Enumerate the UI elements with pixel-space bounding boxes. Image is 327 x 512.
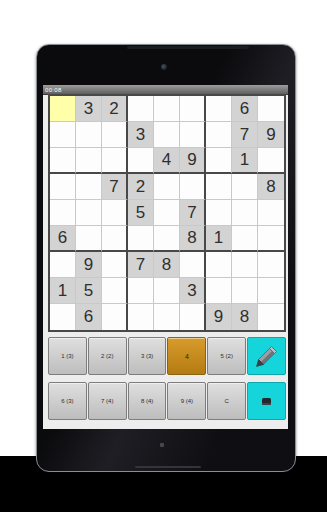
key-3[interactable]: 3 (3) xyxy=(128,337,167,375)
cell-r3c6[interactable] xyxy=(206,174,232,200)
cell-r2c5[interactable]: 9 xyxy=(180,148,206,174)
cell-r0c5[interactable] xyxy=(180,96,206,122)
cell-r7c4[interactable] xyxy=(154,278,180,304)
key-label: 1 (3) xyxy=(61,353,73,359)
cell-r2c7[interactable]: 1 xyxy=(232,148,258,174)
speaker-slit-icon xyxy=(127,46,249,49)
cell-r0c7[interactable]: 6 xyxy=(232,96,258,122)
cell-r6c4[interactable]: 8 xyxy=(154,252,180,278)
cell-r5c4[interactable] xyxy=(154,226,180,252)
cell-r8c1[interactable]: 6 xyxy=(76,304,102,330)
cell-r2c4[interactable]: 4 xyxy=(154,148,180,174)
cell-r6c1[interactable]: 9 xyxy=(76,252,102,278)
key-2[interactable]: 2 (2) xyxy=(88,337,127,375)
cell-r4c6[interactable] xyxy=(206,200,232,226)
cell-r1c5[interactable] xyxy=(180,122,206,148)
cell-r4c1[interactable] xyxy=(76,200,102,226)
key-4[interactable]: 4 xyxy=(167,337,206,375)
cell-r8c2[interactable] xyxy=(102,304,128,330)
cell-r3c3[interactable]: 2 xyxy=(128,174,154,200)
cell-r1c2[interactable] xyxy=(102,122,128,148)
key-label: C xyxy=(225,398,229,404)
cell-r3c8[interactable]: 8 xyxy=(258,174,284,200)
cell-r0c4[interactable] xyxy=(154,96,180,122)
cell-r2c6[interactable] xyxy=(206,148,232,174)
cell-r5c8[interactable] xyxy=(258,226,284,252)
key-9[interactable]: 9 (4) xyxy=(167,382,206,420)
cell-r5c1[interactable] xyxy=(76,226,102,252)
cell-r2c1[interactable] xyxy=(76,148,102,174)
pencil-button[interactable] xyxy=(247,337,286,375)
home-indicator-icon xyxy=(160,443,164,447)
cell-r8c5[interactable] xyxy=(180,304,206,330)
cell-r7c5[interactable]: 3 xyxy=(180,278,206,304)
cell-r8c6[interactable]: 9 xyxy=(206,304,232,330)
cell-r4c4[interactable] xyxy=(154,200,180,226)
cell-r3c7[interactable] xyxy=(232,174,258,200)
cell-r0c6[interactable] xyxy=(206,96,232,122)
key-clear[interactable]: C xyxy=(207,382,246,420)
number-keypad: 1 (3)2 (2)3 (3)45 (2) 6 (3)7 (4)8 (4)9 (… xyxy=(48,337,286,420)
cell-r5c0[interactable]: 6 xyxy=(50,226,76,252)
cell-r0c8[interactable] xyxy=(258,96,284,122)
cell-r2c2[interactable] xyxy=(102,148,128,174)
cell-r4c2[interactable] xyxy=(102,200,128,226)
key-8[interactable]: 8 (4) xyxy=(128,382,167,420)
cell-r7c0[interactable]: 1 xyxy=(50,278,76,304)
cell-r1c4[interactable] xyxy=(154,122,180,148)
cell-r3c0[interactable] xyxy=(50,174,76,200)
cell-r6c5[interactable] xyxy=(180,252,206,278)
pencil-icon xyxy=(254,343,280,369)
cell-r1c1[interactable] xyxy=(76,122,102,148)
cell-r4c0[interactable] xyxy=(50,200,76,226)
cell-r7c8[interactable] xyxy=(258,278,284,304)
cell-r7c1[interactable]: 5 xyxy=(76,278,102,304)
keypad-icon xyxy=(262,398,271,405)
key-label: 9 (4) xyxy=(181,398,193,404)
cell-r3c4[interactable] xyxy=(154,174,180,200)
tablet-device: 00:08 32637949172857681978153698 1 (3)2 … xyxy=(36,44,296,472)
cell-r0c1[interactable]: 3 xyxy=(76,96,102,122)
keypad-row-2: 6 (3)7 (4)8 (4)9 (4)C xyxy=(48,382,286,420)
key-label: 7 (4) xyxy=(101,398,113,404)
cell-r8c8[interactable] xyxy=(258,304,284,330)
cell-r6c2[interactable] xyxy=(102,252,128,278)
cell-r5c7[interactable] xyxy=(232,226,258,252)
cell-r3c5[interactable] xyxy=(180,174,206,200)
cell-r5c3[interactable] xyxy=(128,226,154,252)
cell-r4c8[interactable] xyxy=(258,200,284,226)
cell-r8c4[interactable] xyxy=(154,304,180,330)
cell-r7c3[interactable] xyxy=(128,278,154,304)
cell-r3c1[interactable] xyxy=(76,174,102,200)
cell-r4c3[interactable]: 5 xyxy=(128,200,154,226)
cell-r6c7[interactable] xyxy=(232,252,258,278)
key-6[interactable]: 6 (3) xyxy=(48,382,87,420)
cell-r7c7[interactable] xyxy=(232,278,258,304)
cell-r2c3[interactable] xyxy=(128,148,154,174)
key-5[interactable]: 5 (2) xyxy=(207,337,246,375)
cell-r5c2[interactable] xyxy=(102,226,128,252)
cell-r3c2[interactable]: 7 xyxy=(102,174,128,200)
key-7[interactable]: 7 (4) xyxy=(88,382,127,420)
mode-switch-button[interactable] xyxy=(247,382,286,420)
key-label: 2 (2) xyxy=(101,353,113,359)
front-camera-icon xyxy=(161,64,167,70)
cell-r1c7[interactable]: 7 xyxy=(232,122,258,148)
cell-r5c5[interactable]: 8 xyxy=(180,226,206,252)
cell-r6c6[interactable] xyxy=(206,252,232,278)
cell-r4c7[interactable] xyxy=(232,200,258,226)
cell-r5c6[interactable]: 1 xyxy=(206,226,232,252)
cell-r8c7[interactable]: 8 xyxy=(232,304,258,330)
cell-r7c2[interactable] xyxy=(102,278,128,304)
cell-r0c0[interactable] xyxy=(50,96,76,122)
cell-r8c3[interactable] xyxy=(128,304,154,330)
cell-r8c0[interactable] xyxy=(50,304,76,330)
game-timer: 00:08 xyxy=(43,87,62,93)
cell-r1c0[interactable] xyxy=(50,122,76,148)
app-screen: 00:08 32637949172857681978153698 1 (3)2 … xyxy=(43,85,288,429)
keypad-row-1: 1 (3)2 (2)3 (3)45 (2) xyxy=(48,337,286,375)
cell-r1c3[interactable]: 3 xyxy=(128,122,154,148)
cell-r6c3[interactable]: 7 xyxy=(128,252,154,278)
cell-r0c3[interactable] xyxy=(128,96,154,122)
screenshot: 00:08 32637949172857681978153698 1 (3)2 … xyxy=(0,0,327,512)
key-label: 8 (4) xyxy=(141,398,153,404)
key-label: 3 (3) xyxy=(141,353,153,359)
key-1[interactable]: 1 (3) xyxy=(48,337,87,375)
cell-r2c8[interactable] xyxy=(258,148,284,174)
bottom-slit-icon xyxy=(135,466,201,468)
cell-r6c8[interactable] xyxy=(258,252,284,278)
key-label: 5 (2) xyxy=(221,353,233,359)
cell-r1c6[interactable] xyxy=(206,122,232,148)
cell-r7c6[interactable] xyxy=(206,278,232,304)
cell-r2c0[interactable] xyxy=(50,148,76,174)
sudoku-board: 32637949172857681978153698 xyxy=(48,94,286,332)
cell-r4c5[interactable]: 7 xyxy=(180,200,206,226)
cell-r6c0[interactable] xyxy=(50,252,76,278)
key-label: 4 xyxy=(185,353,189,360)
cell-r0c2[interactable]: 2 xyxy=(102,96,128,122)
cell-r1c8[interactable]: 9 xyxy=(258,122,284,148)
key-label: 6 (3) xyxy=(61,398,73,404)
